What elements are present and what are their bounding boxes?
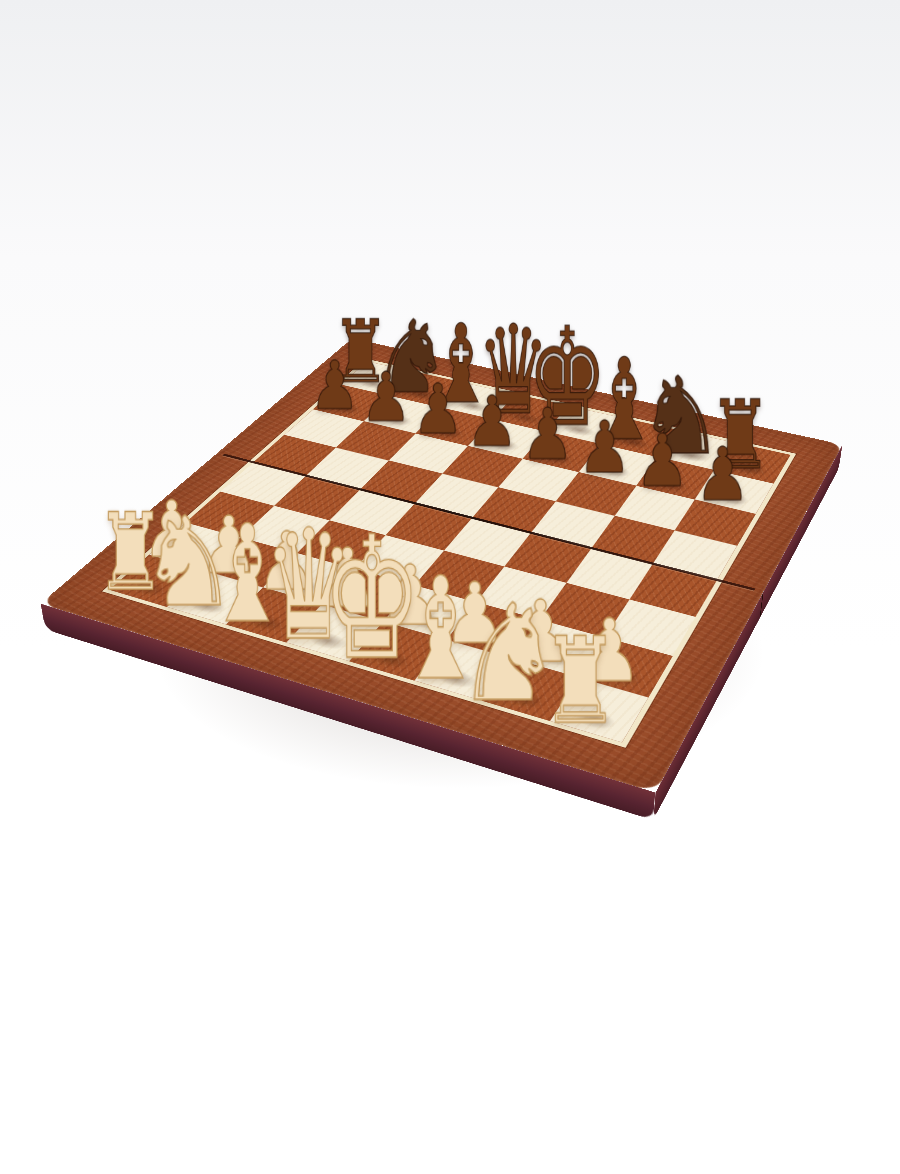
- scene: ♜♞♝♛♚♝♞♜♟♟♟♟♟♟♟♟♟♟♟♟♟♟♟♟♜♞♝♛♚♝♞♜: [172, 218, 772, 818]
- backdrop: ♜♞♝♛♚♝♞♜♟♟♟♟♟♟♟♟♟♟♟♟♟♟♟♟♜♞♝♛♚♝♞♜: [0, 0, 900, 1174]
- piece-black-pawn-h7[interactable]: ♟: [695, 437, 750, 510]
- piece-black-pawn-f7[interactable]: ♟: [577, 411, 631, 482]
- piece-black-pawn-d7[interactable]: ♟: [466, 386, 518, 456]
- hinge-seam-side: [759, 591, 763, 619]
- piece-black-pawn-b7[interactable]: ♟: [360, 363, 411, 431]
- piece-black-pawn-g7[interactable]: ♟: [635, 424, 690, 496]
- piece-black-pawn-e7[interactable]: ♟: [521, 399, 574, 470]
- piece-white-rook-h1[interactable]: ♜: [541, 621, 620, 740]
- piece-black-pawn-a7[interactable]: ♟: [309, 352, 359, 419]
- piece-black-pawn-c7[interactable]: ♟: [412, 375, 464, 444]
- board-grid: ♜♞♝♛♚♝♞♜♟♟♟♟♟♟♟♟♟♟♟♟♟♟♟♟♜♞♝♛♚♝♞♜: [102, 359, 796, 748]
